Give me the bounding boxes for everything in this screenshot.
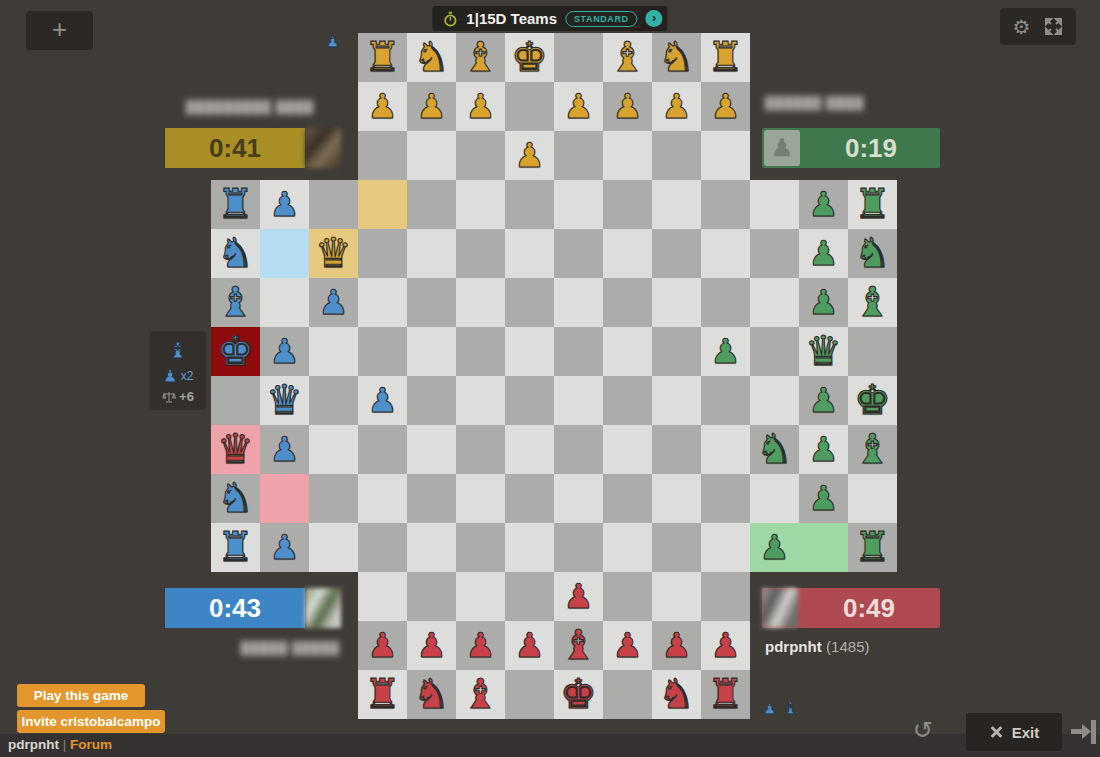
piece-yellow-king[interactable]: ♚ — [511, 33, 548, 82]
square-k12[interactable] — [701, 131, 750, 180]
piece-blue-king[interactable]: ♚ — [217, 327, 254, 376]
square-l9[interactable] — [750, 278, 799, 327]
piece-yellow-rook[interactable]: ♜ — [707, 33, 744, 82]
square-h13[interactable]: ♟ — [554, 82, 603, 131]
square-d2[interactable]: ♟ — [358, 621, 407, 670]
piece-green-knight[interactable]: ♞ — [756, 425, 793, 474]
game-info-pill[interactable]: 1|15D Teams STANDARD › — [432, 6, 667, 31]
square-e2[interactable]: ♟ — [407, 621, 456, 670]
board-controls-group: ⚙ — [1000, 8, 1076, 45]
square-h8[interactable] — [554, 327, 603, 376]
square-n4[interactable]: ♜ — [848, 523, 897, 572]
chess-board: ♜♞♝♚♝♞♜♟♟♟♟♟♟♟♟♜♟♟♜♞♛♟♞♝♟♟♝♚♟♟♛♛♟♟♚♛♟♞♟♝… — [211, 33, 897, 719]
piece-green-pawn[interactable]: ♟ — [808, 180, 838, 229]
new-game-plus-button[interactable]: + — [26, 11, 93, 50]
square-n5[interactable] — [848, 474, 897, 523]
square-e7[interactable] — [407, 376, 456, 425]
square-a7[interactable] — [211, 376, 260, 425]
square-j9[interactable] — [652, 278, 701, 327]
piece-green-bishop[interactable]: ♝ — [854, 425, 891, 474]
void-corner — [309, 572, 358, 621]
square-g10[interactable] — [505, 229, 554, 278]
piece-yellow-bishop[interactable]: ♝ — [462, 33, 499, 82]
void-corner — [848, 82, 897, 131]
square-j12[interactable] — [652, 131, 701, 180]
piece-blue-pawn[interactable]: ♟ — [269, 523, 299, 572]
square-d3[interactable] — [358, 572, 407, 621]
square-h1[interactable]: ♚ — [554, 670, 603, 719]
flip-board-icon[interactable]: ↺ — [913, 716, 933, 744]
square-j14[interactable]: ♞ — [652, 33, 701, 82]
square-l4[interactable]: ♟ — [750, 523, 799, 572]
square-k14[interactable]: ♜ — [701, 33, 750, 82]
footer-username[interactable]: pdrpnht — [8, 737, 59, 752]
square-j4[interactable] — [652, 523, 701, 572]
void-corner — [848, 572, 897, 621]
square-l6[interactable]: ♞ — [750, 425, 799, 474]
square-e11[interactable] — [407, 180, 456, 229]
square-i14[interactable]: ♝ — [603, 33, 652, 82]
piece-red-pawn[interactable]: ♟ — [612, 621, 642, 670]
square-g12[interactable]: ♟ — [505, 131, 554, 180]
void-corner — [799, 33, 848, 82]
square-n10[interactable]: ♞ — [848, 229, 897, 278]
piece-green-rook[interactable]: ♜ — [854, 523, 891, 572]
square-c8[interactable] — [309, 327, 358, 376]
square-a8[interactable]: ♚ — [211, 327, 260, 376]
fullscreen-icon[interactable] — [1044, 17, 1063, 36]
square-g5[interactable] — [505, 474, 554, 523]
footer-text: pdrpnht | Forum — [8, 737, 112, 752]
square-m8[interactable]: ♛ — [799, 327, 848, 376]
square-e5[interactable] — [407, 474, 456, 523]
square-f3[interactable] — [456, 572, 505, 621]
square-d5[interactable] — [358, 474, 407, 523]
void-corner — [848, 670, 897, 719]
square-f1[interactable]: ♝ — [456, 670, 505, 719]
square-l7[interactable] — [750, 376, 799, 425]
square-k2[interactable]: ♟ — [701, 621, 750, 670]
piece-red-pawn[interactable]: ♟ — [416, 621, 446, 670]
void-corner — [799, 572, 848, 621]
square-g7[interactable] — [505, 376, 554, 425]
square-d14[interactable]: ♜ — [358, 33, 407, 82]
piece-red-pawn[interactable]: ♟ — [367, 621, 397, 670]
square-f12[interactable] — [456, 131, 505, 180]
square-f14[interactable]: ♝ — [456, 33, 505, 82]
square-k8[interactable]: ♟ — [701, 327, 750, 376]
square-m7[interactable]: ♟ — [799, 376, 848, 425]
square-g1[interactable] — [505, 670, 554, 719]
square-f10[interactable] — [456, 229, 505, 278]
play-this-game-button[interactable]: Play this game — [17, 684, 145, 707]
square-m10[interactable]: ♟ — [799, 229, 848, 278]
square-b6[interactable]: ♟ — [260, 425, 309, 474]
square-k3[interactable] — [701, 572, 750, 621]
void-corner — [260, 33, 309, 82]
square-i13[interactable]: ♟ — [603, 82, 652, 131]
void-corner — [750, 33, 799, 82]
square-i3[interactable] — [603, 572, 652, 621]
square-i1[interactable] — [603, 670, 652, 719]
square-f7[interactable] — [456, 376, 505, 425]
piece-blue-pawn[interactable]: ♟ — [269, 327, 299, 376]
square-c5[interactable] — [309, 474, 358, 523]
square-h6[interactable] — [554, 425, 603, 474]
invite-button[interactable]: Invite cristobalcampo — [17, 710, 165, 733]
void-corner — [211, 572, 260, 621]
piece-blue-knight[interactable]: ♞ — [217, 229, 254, 278]
square-a9[interactable]: ♝ — [211, 278, 260, 327]
red-captured-pawn-icon: ♟ — [763, 700, 776, 718]
square-k5[interactable] — [701, 474, 750, 523]
square-c9[interactable]: ♟ — [309, 278, 358, 327]
square-g4[interactable] — [505, 523, 554, 572]
square-g9[interactable] — [505, 278, 554, 327]
square-b10[interactable] — [260, 229, 309, 278]
square-c6[interactable] — [309, 425, 358, 474]
close-x-icon — [989, 725, 1003, 739]
square-i11[interactable] — [603, 180, 652, 229]
square-d4[interactable] — [358, 523, 407, 572]
piece-yellow-pawn[interactable]: ♟ — [465, 82, 495, 131]
square-h14[interactable] — [554, 33, 603, 82]
piece-green-bishop[interactable]: ♝ — [854, 278, 891, 327]
piece-blue-rook[interactable]: ♜ — [217, 523, 254, 572]
piece-red-pawn[interactable]: ♟ — [465, 621, 495, 670]
square-h10[interactable] — [554, 229, 603, 278]
piece-red-knight[interactable]: ♞ — [658, 670, 695, 719]
square-d12[interactable] — [358, 131, 407, 180]
piece-yellow-knight[interactable]: ♞ — [658, 33, 695, 82]
square-l10[interactable] — [750, 229, 799, 278]
square-b11[interactable]: ♟ — [260, 180, 309, 229]
void-corner — [799, 131, 848, 180]
piece-blue-rook[interactable]: ♜ — [217, 180, 254, 229]
square-j3[interactable] — [652, 572, 701, 621]
exit-label: Exit — [1012, 724, 1040, 741]
void-corner — [750, 572, 799, 621]
square-e14[interactable]: ♞ — [407, 33, 456, 82]
square-j6[interactable] — [652, 425, 701, 474]
square-e8[interactable] — [407, 327, 456, 376]
square-h7[interactable] — [554, 376, 603, 425]
square-m11[interactable]: ♟ — [799, 180, 848, 229]
square-l5[interactable] — [750, 474, 799, 523]
square-k10[interactable] — [701, 229, 750, 278]
settings-gear-icon[interactable]: ⚙ — [1013, 15, 1031, 39]
void-corner — [848, 131, 897, 180]
piece-red-rook[interactable]: ♜ — [707, 670, 744, 719]
square-i2[interactable]: ♟ — [603, 621, 652, 670]
void-corner — [309, 131, 358, 180]
piece-green-rook[interactable]: ♜ — [854, 180, 891, 229]
square-h4[interactable] — [554, 523, 603, 572]
square-c11[interactable] — [309, 180, 358, 229]
void-corner — [799, 621, 848, 670]
void-corner — [848, 621, 897, 670]
square-m5[interactable]: ♟ — [799, 474, 848, 523]
square-g8[interactable] — [505, 327, 554, 376]
piece-red-bishop[interactable]: ♝ — [462, 670, 499, 719]
piece-green-pawn[interactable]: ♟ — [808, 425, 838, 474]
square-k9[interactable] — [701, 278, 750, 327]
square-d7[interactable]: ♟ — [358, 376, 407, 425]
square-m6[interactable]: ♟ — [799, 425, 848, 474]
void-corner — [260, 621, 309, 670]
square-i6[interactable] — [603, 425, 652, 474]
void-corner — [260, 82, 309, 131]
square-a5[interactable]: ♞ — [211, 474, 260, 523]
piece-yellow-pawn[interactable]: ♟ — [710, 82, 740, 131]
square-g11[interactable] — [505, 180, 554, 229]
square-a4[interactable]: ♜ — [211, 523, 260, 572]
exit-button[interactable]: Exit — [966, 713, 1062, 751]
square-g14[interactable]: ♚ — [505, 33, 554, 82]
void-corner — [211, 670, 260, 719]
void-corner — [211, 621, 260, 670]
square-b5[interactable] — [260, 474, 309, 523]
square-i8[interactable] — [603, 327, 652, 376]
piece-blue-pawn[interactable]: ♟ — [318, 278, 348, 327]
square-d13[interactable]: ♟ — [358, 82, 407, 131]
piece-green-pawn[interactable]: ♟ — [759, 523, 789, 572]
piece-red-queen[interactable]: ♛ — [217, 425, 254, 474]
square-h5[interactable] — [554, 474, 603, 523]
void-corner — [260, 131, 309, 180]
square-i9[interactable] — [603, 278, 652, 327]
piece-green-queen[interactable]: ♛ — [805, 327, 842, 376]
square-l8[interactable] — [750, 327, 799, 376]
void-corner — [309, 670, 358, 719]
void-corner — [750, 131, 799, 180]
square-i10[interactable] — [603, 229, 652, 278]
void-corner — [211, 131, 260, 180]
piece-yellow-pawn[interactable]: ♟ — [612, 82, 642, 131]
square-f4[interactable] — [456, 523, 505, 572]
square-d10[interactable] — [358, 229, 407, 278]
piece-blue-pawn[interactable]: ♟ — [269, 180, 299, 229]
piece-yellow-pawn[interactable]: ♟ — [661, 82, 691, 131]
void-corner — [848, 33, 897, 82]
piece-red-pawn[interactable]: ♟ — [563, 572, 593, 621]
square-k7[interactable] — [701, 376, 750, 425]
square-k6[interactable] — [701, 425, 750, 474]
time-control-label: 1|15D Teams — [466, 10, 557, 27]
piece-yellow-bishop[interactable]: ♝ — [609, 33, 646, 82]
square-g3[interactable] — [505, 572, 554, 621]
void-corner — [309, 621, 358, 670]
square-e12[interactable] — [407, 131, 456, 180]
chevron-right-icon[interactable]: › — [646, 10, 663, 27]
square-j10[interactable] — [652, 229, 701, 278]
square-f5[interactable] — [456, 474, 505, 523]
square-h11[interactable] — [554, 180, 603, 229]
void-corner — [260, 572, 309, 621]
square-j8[interactable] — [652, 327, 701, 376]
piece-blue-bishop[interactable]: ♝ — [217, 278, 254, 327]
square-e3[interactable] — [407, 572, 456, 621]
square-a11[interactable]: ♜ — [211, 180, 260, 229]
void-corner — [750, 82, 799, 131]
piece-red-knight[interactable]: ♞ — [413, 670, 450, 719]
piece-yellow-pawn[interactable]: ♟ — [416, 82, 446, 131]
piece-blue-knight[interactable]: ♞ — [217, 474, 254, 523]
square-f11[interactable] — [456, 180, 505, 229]
red-captured-bishop-icon: ♝ — [783, 698, 798, 718]
piece-yellow-pawn[interactable]: ♟ — [514, 131, 544, 180]
square-j11[interactable] — [652, 180, 701, 229]
square-h3[interactable]: ♟ — [554, 572, 603, 621]
square-j2[interactable]: ♟ — [652, 621, 701, 670]
square-c4[interactable] — [309, 523, 358, 572]
square-e10[interactable] — [407, 229, 456, 278]
import-arrow-icon[interactable] — [1070, 718, 1096, 746]
piece-blue-pawn[interactable]: ♟ — [269, 425, 299, 474]
square-b7[interactable]: ♛ — [260, 376, 309, 425]
piece-red-rook[interactable]: ♜ — [364, 670, 401, 719]
square-i5[interactable] — [603, 474, 652, 523]
square-j13[interactable]: ♟ — [652, 82, 701, 131]
square-k13[interactable]: ♟ — [701, 82, 750, 131]
piece-red-pawn[interactable]: ♟ — [661, 621, 691, 670]
square-n8[interactable] — [848, 327, 897, 376]
void-corner — [260, 670, 309, 719]
square-e4[interactable] — [407, 523, 456, 572]
square-f8[interactable] — [456, 327, 505, 376]
square-d9[interactable] — [358, 278, 407, 327]
footer-divider: | — [63, 737, 67, 752]
square-l11[interactable] — [750, 180, 799, 229]
piece-green-king[interactable]: ♚ — [854, 376, 891, 425]
square-c7[interactable] — [309, 376, 358, 425]
square-n11[interactable]: ♜ — [848, 180, 897, 229]
square-n7[interactable]: ♚ — [848, 376, 897, 425]
square-f9[interactable] — [456, 278, 505, 327]
stopwatch-icon — [442, 11, 458, 27]
square-b8[interactable]: ♟ — [260, 327, 309, 376]
square-d6[interactable] — [358, 425, 407, 474]
square-h9[interactable] — [554, 278, 603, 327]
piece-green-pawn[interactable]: ♟ — [808, 278, 838, 327]
void-corner — [211, 33, 260, 82]
square-e6[interactable] — [407, 425, 456, 474]
square-f2[interactable]: ♟ — [456, 621, 505, 670]
piece-green-pawn[interactable]: ♟ — [710, 327, 740, 376]
square-k1[interactable]: ♜ — [701, 670, 750, 719]
piece-green-knight[interactable]: ♞ — [854, 229, 891, 278]
square-j5[interactable] — [652, 474, 701, 523]
piece-yellow-pawn[interactable]: ♟ — [563, 82, 593, 131]
captured-pawn-count: x2 — [181, 369, 194, 383]
material-balance-value: +6 — [179, 389, 194, 404]
square-g13[interactable] — [505, 82, 554, 131]
square-d11[interactable] — [358, 180, 407, 229]
void-corner — [309, 82, 358, 131]
standard-badge: STANDARD — [565, 11, 638, 27]
square-i12[interactable] — [603, 131, 652, 180]
piece-yellow-rook[interactable]: ♜ — [364, 33, 401, 82]
captured-blue-bishop-icon: ♝ — [168, 338, 188, 363]
square-e9[interactable] — [407, 278, 456, 327]
square-n9[interactable]: ♝ — [848, 278, 897, 327]
square-i4[interactable] — [603, 523, 652, 572]
square-n6[interactable]: ♝ — [848, 425, 897, 474]
void-corner — [799, 82, 848, 131]
square-c10[interactable]: ♛ — [309, 229, 358, 278]
square-k4[interactable] — [701, 523, 750, 572]
square-j7[interactable] — [652, 376, 701, 425]
square-m9[interactable]: ♟ — [799, 278, 848, 327]
square-i7[interactable] — [603, 376, 652, 425]
piece-red-pawn[interactable]: ♟ — [710, 621, 740, 670]
piece-green-pawn[interactable]: ♟ — [808, 474, 838, 523]
piece-yellow-knight[interactable]: ♞ — [413, 33, 450, 82]
square-g2[interactable]: ♟ — [505, 621, 554, 670]
square-a6[interactable]: ♛ — [211, 425, 260, 474]
piece-red-pawn[interactable]: ♟ — [514, 621, 544, 670]
piece-yellow-queen[interactable]: ♛ — [315, 229, 352, 278]
piece-green-pawn[interactable]: ♟ — [808, 229, 838, 278]
square-a10[interactable]: ♞ — [211, 229, 260, 278]
square-h2[interactable]: ♝ — [554, 621, 603, 670]
piece-green-pawn[interactable]: ♟ — [808, 376, 838, 425]
captured-blue-pawn-icon: ♟ — [163, 366, 178, 386]
yellow-captured-pawn-icon: ♟ — [326, 33, 339, 51]
material-balance-scale-icon — [162, 391, 176, 403]
square-d8[interactable] — [358, 327, 407, 376]
square-k11[interactable] — [701, 180, 750, 229]
square-f13[interactable]: ♟ — [456, 82, 505, 131]
square-f6[interactable] — [456, 425, 505, 474]
footer-bar — [0, 734, 1100, 757]
captured-pieces-tray: ♝ ♟ x2 +6 — [150, 331, 206, 410]
square-j1[interactable]: ♞ — [652, 670, 701, 719]
square-e13[interactable]: ♟ — [407, 82, 456, 131]
void-corner — [750, 621, 799, 670]
piece-blue-queen[interactable]: ♛ — [266, 376, 303, 425]
square-e1[interactable]: ♞ — [407, 670, 456, 719]
square-b4[interactable]: ♟ — [260, 523, 309, 572]
void-corner — [799, 670, 848, 719]
square-g6[interactable] — [505, 425, 554, 474]
piece-red-king[interactable]: ♚ — [560, 670, 597, 719]
piece-yellow-pawn[interactable]: ♟ — [367, 82, 397, 131]
piece-blue-pawn[interactable]: ♟ — [367, 376, 397, 425]
square-d1[interactable]: ♜ — [358, 670, 407, 719]
square-m4[interactable] — [799, 523, 848, 572]
footer-forum-link[interactable]: Forum — [70, 737, 112, 752]
void-corner — [211, 82, 260, 131]
square-h12[interactable] — [554, 131, 603, 180]
piece-red-bishop[interactable]: ♝ — [560, 621, 597, 670]
square-b9[interactable] — [260, 278, 309, 327]
